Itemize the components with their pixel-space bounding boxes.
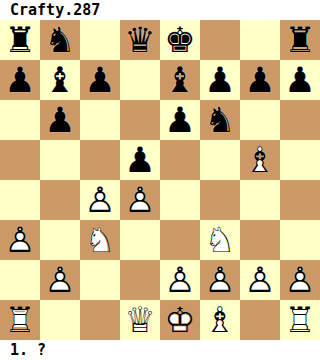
square-d8[interactable]: ♛ (120, 20, 160, 60)
square-f5[interactable] (200, 140, 240, 180)
square-g1[interactable] (240, 300, 280, 340)
square-f8[interactable] (200, 20, 240, 60)
square-b7[interactable]: ♝ (40, 60, 80, 100)
square-b8[interactable]: ♞ (40, 20, 80, 60)
square-d4[interactable]: ♟♙ (120, 180, 160, 220)
square-b6[interactable]: ♟ (40, 100, 80, 140)
square-g5[interactable]: ♝♗ (240, 140, 280, 180)
piece-outline: ♗ (244, 140, 275, 180)
square-d2[interactable] (120, 260, 160, 300)
square-a8[interactable]: ♜ (0, 20, 40, 60)
white-pawn-icon[interactable]: ♟♙ (0, 220, 40, 260)
square-e6[interactable]: ♟ (160, 100, 200, 140)
white-knight-icon[interactable]: ♞♘ (200, 220, 240, 260)
black-pawn-icon[interactable]: ♟ (160, 100, 200, 140)
white-pawn-icon[interactable]: ♟♙ (80, 180, 120, 220)
black-king-icon[interactable]: ♚ (160, 20, 200, 60)
black-pawn-icon[interactable]: ♟ (40, 100, 80, 140)
white-king-icon[interactable]: ♚♔ (160, 300, 200, 340)
move-prompt: 1. ? (0, 340, 320, 360)
black-pawn-icon[interactable]: ♟ (280, 60, 320, 100)
white-rook-icon[interactable]: ♜♖ (280, 300, 320, 340)
square-h3[interactable] (280, 220, 320, 260)
square-g7[interactable]: ♟ (240, 60, 280, 100)
square-h4[interactable] (280, 180, 320, 220)
square-d3[interactable] (120, 220, 160, 260)
black-pawn-icon[interactable]: ♟ (80, 60, 120, 100)
square-a6[interactable] (0, 100, 40, 140)
white-rook-icon[interactable]: ♜♖ (0, 300, 40, 340)
square-d6[interactable] (120, 100, 160, 140)
square-a4[interactable] (0, 180, 40, 220)
square-f6[interactable]: ♞ (200, 100, 240, 140)
chess-board: ♜♞♛♚♜♟♝♟♝♟♟♟♟♟♞♟♝♗♟♙♟♙♟♙♞♘♞♘♟♙♟♙♟♙♟♙♟♙♜♖… (0, 20, 320, 340)
white-knight-icon[interactable]: ♞♘ (80, 220, 120, 260)
square-b1[interactable] (40, 300, 80, 340)
black-pawn-icon[interactable]: ♟ (240, 60, 280, 100)
square-e7[interactable]: ♝ (160, 60, 200, 100)
square-c1[interactable] (80, 300, 120, 340)
square-g6[interactable] (240, 100, 280, 140)
square-c6[interactable] (80, 100, 120, 140)
piece-outline: ♕ (124, 300, 155, 340)
piece-outline: ♗ (204, 300, 235, 340)
square-c5[interactable] (80, 140, 120, 180)
white-pawn-icon[interactable]: ♟♙ (40, 260, 80, 300)
square-f4[interactable] (200, 180, 240, 220)
square-a7[interactable]: ♟ (0, 60, 40, 100)
black-bishop-icon[interactable]: ♝ (160, 60, 200, 100)
piece-outline: ♙ (84, 180, 115, 220)
window-title: Crafty.287 (0, 0, 320, 20)
black-pawn-icon[interactable]: ♟ (120, 140, 160, 180)
piece-outline: ♔ (164, 300, 195, 340)
square-g4[interactable] (240, 180, 280, 220)
square-e4[interactable] (160, 180, 200, 220)
black-rook-icon[interactable]: ♜ (280, 20, 320, 60)
square-c8[interactable] (80, 20, 120, 60)
square-e8[interactable]: ♚ (160, 20, 200, 60)
square-c3[interactable]: ♞♘ (80, 220, 120, 260)
piece-outline: ♘ (204, 220, 235, 260)
crafty-window: Crafty.287 ♜♞♛♚♜♟♝♟♝♟♟♟♟♟♞♟♝♗♟♙♟♙♟♙♞♘♞♘♟… (0, 0, 320, 360)
piece-outline: ♖ (284, 300, 315, 340)
black-pawn-icon[interactable]: ♟ (200, 60, 240, 100)
square-g2[interactable]: ♟♙ (240, 260, 280, 300)
white-pawn-icon[interactable]: ♟♙ (160, 260, 200, 300)
square-a5[interactable] (0, 140, 40, 180)
square-f1[interactable]: ♝♗ (200, 300, 240, 340)
black-knight-icon[interactable]: ♞ (40, 20, 80, 60)
white-queen-icon[interactable]: ♛♕ (120, 300, 160, 340)
square-c7[interactable]: ♟ (80, 60, 120, 100)
black-queen-icon[interactable]: ♛ (120, 20, 160, 60)
piece-outline: ♙ (164, 260, 195, 300)
white-pawn-icon[interactable]: ♟♙ (240, 260, 280, 300)
white-bishop-icon[interactable]: ♝♗ (240, 140, 280, 180)
piece-outline: ♙ (244, 260, 275, 300)
black-rook-icon[interactable]: ♜ (0, 20, 40, 60)
square-h7[interactable]: ♟ (280, 60, 320, 100)
square-d1[interactable]: ♛♕ (120, 300, 160, 340)
square-h6[interactable] (280, 100, 320, 140)
piece-outline: ♙ (284, 260, 315, 300)
square-g8[interactable] (240, 20, 280, 60)
square-f3[interactable]: ♞♘ (200, 220, 240, 260)
square-h2[interactable]: ♟♙ (280, 260, 320, 300)
piece-outline: ♙ (4, 220, 35, 260)
square-h1[interactable]: ♜♖ (280, 300, 320, 340)
white-pawn-icon[interactable]: ♟♙ (120, 180, 160, 220)
square-b3[interactable] (40, 220, 80, 260)
white-bishop-icon[interactable]: ♝♗ (200, 300, 240, 340)
square-c4[interactable]: ♟♙ (80, 180, 120, 220)
black-pawn-icon[interactable]: ♟ (0, 60, 40, 100)
square-a3[interactable]: ♟♙ (0, 220, 40, 260)
square-b2[interactable]: ♟♙ (40, 260, 80, 300)
square-d7[interactable] (120, 60, 160, 100)
piece-outline: ♙ (44, 260, 75, 300)
square-e3[interactable] (160, 220, 200, 260)
square-h5[interactable] (280, 140, 320, 180)
square-f2[interactable]: ♟♙ (200, 260, 240, 300)
square-f7[interactable]: ♟ (200, 60, 240, 100)
black-bishop-icon[interactable]: ♝ (40, 60, 80, 100)
white-pawn-icon[interactable]: ♟♙ (200, 260, 240, 300)
square-b5[interactable] (40, 140, 80, 180)
black-knight-icon[interactable]: ♞ (200, 100, 240, 140)
square-c2[interactable] (80, 260, 120, 300)
piece-outline: ♙ (204, 260, 235, 300)
white-pawn-icon[interactable]: ♟♙ (280, 260, 320, 300)
square-e1[interactable]: ♚♔ (160, 300, 200, 340)
square-b4[interactable] (40, 180, 80, 220)
square-e5[interactable] (160, 140, 200, 180)
square-h8[interactable]: ♜ (280, 20, 320, 60)
piece-outline: ♖ (4, 300, 35, 340)
square-a1[interactable]: ♜♖ (0, 300, 40, 340)
square-e2[interactable]: ♟♙ (160, 260, 200, 300)
square-d5[interactable]: ♟ (120, 140, 160, 180)
piece-outline: ♙ (124, 180, 155, 220)
piece-outline: ♘ (84, 220, 115, 260)
square-g3[interactable] (240, 220, 280, 260)
square-a2[interactable] (0, 260, 40, 300)
